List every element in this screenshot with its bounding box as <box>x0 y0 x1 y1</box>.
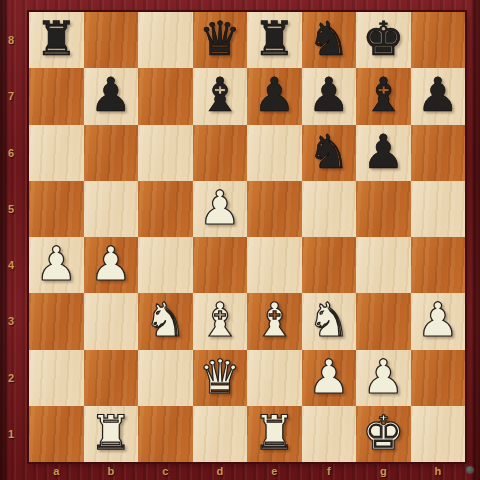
rank-label-5: 5 <box>0 181 22 237</box>
rank-coordinates: 87654321 <box>0 12 22 462</box>
square-c8[interactable] <box>138 12 193 68</box>
rank-label-6: 6 <box>0 125 22 181</box>
square-b5[interactable] <box>84 181 139 237</box>
piece-white-pawn[interactable]: ♟ <box>90 240 132 290</box>
square-a4[interactable]: ♟ <box>29 237 84 293</box>
square-a5[interactable] <box>29 181 84 237</box>
piece-black-pawn[interactable]: ♟ <box>308 71 350 121</box>
square-g7[interactable]: ♝ <box>356 68 411 124</box>
file-coordinates: abcdefgh <box>29 461 465 480</box>
file-label-f: f <box>302 461 357 480</box>
square-f4[interactable] <box>302 237 357 293</box>
square-g3[interactable] <box>356 293 411 349</box>
piece-white-pawn[interactable]: ♟ <box>417 296 459 346</box>
file-label-g: g <box>356 461 411 480</box>
square-g5[interactable] <box>356 181 411 237</box>
file-label-a: a <box>29 461 84 480</box>
square-a2[interactable] <box>29 350 84 406</box>
square-g4[interactable] <box>356 237 411 293</box>
file-label-e: e <box>247 461 302 480</box>
piece-white-pawn[interactable]: ♟ <box>199 184 241 234</box>
square-c7[interactable] <box>138 68 193 124</box>
piece-black-rook[interactable]: ♜ <box>253 15 295 65</box>
square-e3[interactable]: ♝ <box>247 293 302 349</box>
piece-black-pawn[interactable]: ♟ <box>90 71 132 121</box>
piece-white-knight[interactable]: ♞ <box>308 296 350 346</box>
square-g2[interactable]: ♟ <box>356 350 411 406</box>
square-e6[interactable] <box>247 125 302 181</box>
square-c5[interactable] <box>138 181 193 237</box>
square-f7[interactable]: ♟ <box>302 68 357 124</box>
rank-label-2: 2 <box>0 350 22 406</box>
square-d4[interactable] <box>193 237 248 293</box>
rank-label-4: 4 <box>0 237 22 293</box>
square-a7[interactable] <box>29 68 84 124</box>
square-d6[interactable] <box>193 125 248 181</box>
square-e1[interactable]: ♜ <box>247 406 302 462</box>
piece-white-bishop[interactable]: ♝ <box>199 296 241 346</box>
piece-white-knight[interactable]: ♞ <box>144 296 186 346</box>
piece-black-knight[interactable]: ♞ <box>308 128 350 178</box>
square-a3[interactable] <box>29 293 84 349</box>
square-d2[interactable]: ♛ <box>193 350 248 406</box>
piece-black-pawn[interactable]: ♟ <box>417 71 459 121</box>
square-g6[interactable]: ♟ <box>356 125 411 181</box>
square-f2[interactable]: ♟ <box>302 350 357 406</box>
piece-white-rook[interactable]: ♜ <box>253 409 295 459</box>
rank-label-8: 8 <box>0 12 22 68</box>
square-b1[interactable]: ♜ <box>84 406 139 462</box>
square-b6[interactable] <box>84 125 139 181</box>
square-f8[interactable]: ♞ <box>302 12 357 68</box>
square-h3[interactable]: ♟ <box>411 293 466 349</box>
file-label-c: c <box>138 461 193 480</box>
file-label-b: b <box>84 461 139 480</box>
square-g1[interactable]: ♚ <box>356 406 411 462</box>
square-e5[interactable] <box>247 181 302 237</box>
square-f6[interactable]: ♞ <box>302 125 357 181</box>
corner-dot <box>466 466 474 474</box>
square-h7[interactable]: ♟ <box>411 68 466 124</box>
square-h8[interactable] <box>411 12 466 68</box>
piece-black-knight[interactable]: ♞ <box>308 15 350 65</box>
square-d7[interactable]: ♝ <box>193 68 248 124</box>
square-h2[interactable] <box>411 350 466 406</box>
square-f3[interactable]: ♞ <box>302 293 357 349</box>
square-b2[interactable] <box>84 350 139 406</box>
file-label-d: d <box>193 461 248 480</box>
square-c4[interactable] <box>138 237 193 293</box>
piece-white-queen[interactable]: ♛ <box>199 353 241 403</box>
square-d3[interactable]: ♝ <box>193 293 248 349</box>
piece-black-king[interactable]: ♚ <box>362 15 404 65</box>
square-d5[interactable]: ♟ <box>193 181 248 237</box>
piece-white-king[interactable]: ♚ <box>362 409 404 459</box>
square-e4[interactable] <box>247 237 302 293</box>
square-c2[interactable] <box>138 350 193 406</box>
square-h4[interactable] <box>411 237 466 293</box>
piece-black-bishop[interactable]: ♝ <box>199 71 241 121</box>
square-a1[interactable] <box>29 406 84 462</box>
square-h6[interactable] <box>411 125 466 181</box>
square-f1[interactable] <box>302 406 357 462</box>
board-frame: ♜♛♜♞♚♟♝♟♟♝♟♞♟♟♟♟♞♝♝♞♟♛♟♟♜♜♚ 87654321 abc… <box>0 0 480 480</box>
square-b4[interactable]: ♟ <box>84 237 139 293</box>
piece-black-bishop[interactable]: ♝ <box>362 71 404 121</box>
square-a8[interactable]: ♜ <box>29 12 84 68</box>
square-e2[interactable] <box>247 350 302 406</box>
square-g8[interactable]: ♚ <box>356 12 411 68</box>
square-e7[interactable]: ♟ <box>247 68 302 124</box>
piece-black-rook[interactable]: ♜ <box>35 15 77 65</box>
chess-board: ♜♛♜♞♚♟♝♟♟♝♟♞♟♟♟♟♞♝♝♞♟♛♟♟♜♜♚ <box>29 12 465 462</box>
square-e8[interactable]: ♜ <box>247 12 302 68</box>
rank-label-7: 7 <box>0 68 22 124</box>
piece-white-pawn[interactable]: ♟ <box>362 353 404 403</box>
piece-black-queen[interactable]: ♛ <box>199 15 241 65</box>
square-c1[interactable] <box>138 406 193 462</box>
piece-black-pawn[interactable]: ♟ <box>362 128 404 178</box>
rank-label-1: 1 <box>0 406 22 462</box>
square-f5[interactable] <box>302 181 357 237</box>
piece-white-pawn[interactable]: ♟ <box>35 240 77 290</box>
piece-white-pawn[interactable]: ♟ <box>308 353 350 403</box>
square-c6[interactable] <box>138 125 193 181</box>
piece-black-pawn[interactable]: ♟ <box>253 71 295 121</box>
piece-white-bishop[interactable]: ♝ <box>253 296 295 346</box>
square-d1[interactable] <box>193 406 248 462</box>
square-c3[interactable]: ♞ <box>138 293 193 349</box>
square-b8[interactable] <box>84 12 139 68</box>
square-a6[interactable] <box>29 125 84 181</box>
square-d8[interactable]: ♛ <box>193 12 248 68</box>
square-b7[interactable]: ♟ <box>84 68 139 124</box>
file-label-h: h <box>411 461 466 480</box>
rank-label-3: 3 <box>0 293 22 349</box>
piece-white-rook[interactable]: ♜ <box>90 409 132 459</box>
square-b3[interactable] <box>84 293 139 349</box>
square-h1[interactable] <box>411 406 466 462</box>
square-h5[interactable] <box>411 181 466 237</box>
